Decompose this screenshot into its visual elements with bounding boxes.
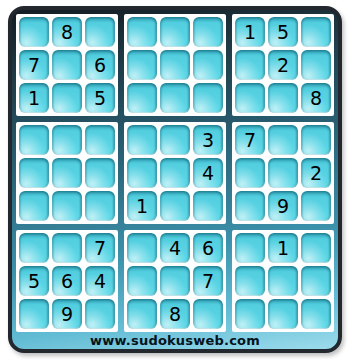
cell-r5c3[interactable] [85, 158, 115, 188]
cell-r1c9[interactable] [301, 17, 331, 47]
cell-r8c2[interactable]: 6 [52, 266, 82, 296]
cell-r1c8[interactable]: 5 [268, 17, 298, 47]
cell-r9c2[interactable]: 9 [52, 299, 82, 329]
cell-r8c1[interactable]: 5 [19, 266, 49, 296]
cell-r6c8[interactable]: 9 [268, 191, 298, 221]
cell-r1c5[interactable] [160, 17, 190, 47]
cell-r9c8[interactable] [268, 299, 298, 329]
cell-r5c7[interactable] [235, 158, 265, 188]
cell-r4c4[interactable] [127, 125, 157, 155]
cell-r9c6[interactable] [193, 299, 223, 329]
box-bottom-center: 4678 [124, 230, 226, 332]
cell-r7c9[interactable] [301, 233, 331, 263]
cell-r1c4[interactable] [127, 17, 157, 47]
cell-r4c2[interactable] [52, 125, 82, 155]
cell-r2c3[interactable]: 6 [85, 50, 115, 80]
sudoku-grid: 87615 1528 341 729 75649 4678 1 [16, 14, 334, 332]
cell-r3c8[interactable] [268, 83, 298, 113]
cell-r2c1[interactable]: 7 [19, 50, 49, 80]
cell-r8c6[interactable]: 7 [193, 266, 223, 296]
box-middle-center: 341 [124, 122, 226, 224]
cell-r7c4[interactable] [127, 233, 157, 263]
cell-r9c7[interactable] [235, 299, 265, 329]
cell-r2c8[interactable]: 2 [268, 50, 298, 80]
cell-r8c5[interactable] [160, 266, 190, 296]
cell-r2c9[interactable] [301, 50, 331, 80]
cell-r7c6[interactable]: 6 [193, 233, 223, 263]
cell-r8c7[interactable] [235, 266, 265, 296]
cell-r3c7[interactable] [235, 83, 265, 113]
box-top-left: 87615 [16, 14, 118, 116]
cell-r8c4[interactable] [127, 266, 157, 296]
cell-r4c8[interactable] [268, 125, 298, 155]
sudoku-board: 87615 1528 341 729 75649 4678 1 www.sudo… [8, 6, 342, 353]
cell-r7c8[interactable]: 1 [268, 233, 298, 263]
cell-r6c7[interactable] [235, 191, 265, 221]
cell-r3c9[interactable]: 8 [301, 83, 331, 113]
cell-r5c1[interactable] [19, 158, 49, 188]
cell-r5c8[interactable] [268, 158, 298, 188]
cell-r1c2[interactable]: 8 [52, 17, 82, 47]
cell-r3c1[interactable]: 1 [19, 83, 49, 113]
cell-r6c2[interactable] [52, 191, 82, 221]
cell-r2c2[interactable] [52, 50, 82, 80]
cell-r2c7[interactable] [235, 50, 265, 80]
cell-r5c4[interactable] [127, 158, 157, 188]
cell-r4c3[interactable] [85, 125, 115, 155]
cell-r6c4[interactable]: 1 [127, 191, 157, 221]
cell-r4c1[interactable] [19, 125, 49, 155]
cell-r1c3[interactable] [85, 17, 115, 47]
cell-r6c6[interactable] [193, 191, 223, 221]
cell-r5c6[interactable]: 4 [193, 158, 223, 188]
cell-r4c9[interactable] [301, 125, 331, 155]
cell-r4c6[interactable]: 3 [193, 125, 223, 155]
cell-r3c6[interactable] [193, 83, 223, 113]
box-bottom-right: 1 [232, 230, 334, 332]
cell-r3c2[interactable] [52, 83, 82, 113]
cell-r3c4[interactable] [127, 83, 157, 113]
cell-r6c3[interactable] [85, 191, 115, 221]
cell-r2c6[interactable] [193, 50, 223, 80]
cell-r6c5[interactable] [160, 191, 190, 221]
cell-r1c7[interactable]: 1 [235, 17, 265, 47]
cell-r9c4[interactable] [127, 299, 157, 329]
cell-r1c1[interactable] [19, 17, 49, 47]
cell-r8c8[interactable] [268, 266, 298, 296]
cell-r4c7[interactable]: 7 [235, 125, 265, 155]
page: 87615 1528 341 729 75649 4678 1 www.sudo… [0, 0, 350, 360]
cell-r8c3[interactable]: 4 [85, 266, 115, 296]
box-bottom-left: 75649 [16, 230, 118, 332]
box-middle-right: 729 [232, 122, 334, 224]
cell-r7c2[interactable] [52, 233, 82, 263]
cell-r8c9[interactable] [301, 266, 331, 296]
cell-r2c5[interactable] [160, 50, 190, 80]
site-url[interactable]: www.sudokusweb.com [90, 333, 260, 348]
cell-r9c3[interactable] [85, 299, 115, 329]
cell-r5c2[interactable] [52, 158, 82, 188]
cell-r2c4[interactable] [127, 50, 157, 80]
cell-r5c5[interactable] [160, 158, 190, 188]
cell-r7c5[interactable]: 4 [160, 233, 190, 263]
box-top-right: 1528 [232, 14, 334, 116]
cell-r3c5[interactable] [160, 83, 190, 113]
box-middle-left [16, 122, 118, 224]
cell-r3c3[interactable]: 5 [85, 83, 115, 113]
cell-r7c7[interactable] [235, 233, 265, 263]
cell-r9c9[interactable] [301, 299, 331, 329]
cell-r4c5[interactable] [160, 125, 190, 155]
cell-r9c1[interactable] [19, 299, 49, 329]
cell-r6c9[interactable] [301, 191, 331, 221]
cell-r6c1[interactable] [19, 191, 49, 221]
cell-r5c9[interactable]: 2 [301, 158, 331, 188]
cell-r9c5[interactable]: 8 [160, 299, 190, 329]
box-top-center [124, 14, 226, 116]
cell-r7c1[interactable] [19, 233, 49, 263]
cell-r1c6[interactable] [193, 17, 223, 47]
footer: www.sudokusweb.com [16, 332, 334, 349]
cell-r7c3[interactable]: 7 [85, 233, 115, 263]
